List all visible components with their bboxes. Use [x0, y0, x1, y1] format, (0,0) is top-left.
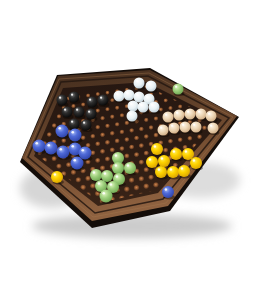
- marble-hole: [251, 85, 254, 89]
- marble-highlight: [165, 188, 167, 190]
- marble-hole: [226, 196, 232, 202]
- marble-highlight: [171, 125, 173, 127]
- marble-hole: [236, 145, 241, 150]
- marble-white[interactable]: [127, 111, 138, 122]
- marble-hole: [100, 133, 105, 138]
- marble-hole: [120, 130, 125, 135]
- marble-highlight: [71, 121, 73, 123]
- marble-hole: [187, 202, 193, 208]
- marble-hole: [110, 115, 115, 120]
- marble-hole: [241, 153, 246, 158]
- marble-highlight: [208, 113, 210, 115]
- marble-hole: [148, 175, 154, 181]
- marble-hole: [105, 157, 111, 163]
- marble-highlight: [198, 111, 200, 113]
- marble-hole: [115, 122, 120, 127]
- marble-green[interactable]: [100, 190, 113, 203]
- marble-hole: [149, 125, 154, 130]
- marble-highlight: [176, 112, 178, 114]
- marble-hole: [212, 75, 216, 79]
- marble-hole: [187, 136, 192, 141]
- marble-hole: [100, 149, 105, 154]
- chinese-checkers-board: [0, 0, 254, 300]
- marble-hole: [115, 139, 120, 144]
- marble-highlight: [47, 144, 50, 147]
- marble-hole: [246, 144, 251, 149]
- marble-hole: [52, 156, 58, 162]
- marble-hole: [251, 135, 254, 140]
- marble-hole: [231, 154, 237, 160]
- marble-white[interactable]: [134, 92, 145, 103]
- marble-white[interactable]: [149, 102, 160, 113]
- marble-hole: [246, 95, 250, 99]
- marble-hole: [105, 140, 110, 145]
- marble-hole: [144, 134, 149, 139]
- marble-hole: [241, 136, 246, 141]
- marble-hole: [232, 88, 236, 92]
- marble-tan[interactable]: [174, 110, 185, 121]
- marble-hole: [245, 160, 251, 166]
- marble-highlight: [185, 150, 187, 152]
- marble-hole: [212, 157, 218, 163]
- marble-hole: [144, 151, 149, 156]
- marble-hole: [207, 84, 211, 88]
- marble-hole: [119, 146, 124, 151]
- marble-highlight: [210, 125, 212, 127]
- marble-blue[interactable]: [56, 125, 69, 138]
- marble-highlight: [170, 168, 172, 170]
- marble-black[interactable]: [74, 107, 85, 118]
- marble-green[interactable]: [112, 162, 124, 174]
- marble-hole: [57, 114, 62, 119]
- marble-hole: [52, 123, 57, 128]
- marble-hole: [183, 79, 187, 83]
- marble-yellow[interactable]: [178, 165, 190, 177]
- marble-hole: [222, 90, 226, 94]
- marble-highlight: [59, 97, 61, 99]
- marble-hole: [28, 119, 33, 124]
- marble-highlight: [76, 109, 78, 111]
- marble-highlight: [93, 171, 95, 173]
- marble-hole: [246, 127, 251, 132]
- marble-highlight: [193, 159, 195, 161]
- marble-hole: [139, 127, 144, 132]
- marble-highlight: [110, 183, 112, 185]
- marble-tan[interactable]: [158, 125, 169, 136]
- marble-tan[interactable]: [208, 123, 219, 134]
- marble-blue[interactable]: [162, 186, 174, 198]
- marble-hole: [47, 132, 52, 137]
- marble-hole: [71, 104, 76, 109]
- marble-hole: [246, 78, 250, 82]
- marble-blue[interactable]: [33, 140, 46, 153]
- marble-hole: [120, 113, 125, 118]
- marble-hole: [37, 101, 42, 106]
- marble-hole: [236, 129, 241, 134]
- marble-highlight: [181, 167, 183, 169]
- marble-white[interactable]: [134, 78, 145, 89]
- marble-tan[interactable]: [185, 109, 196, 120]
- marble-hole: [134, 136, 139, 141]
- marble-highlight: [81, 149, 84, 152]
- marble-hole: [251, 102, 254, 107]
- marble-hole: [41, 207, 47, 213]
- marble-white[interactable]: [128, 101, 139, 112]
- marble-white[interactable]: [146, 81, 157, 92]
- marble-hole: [124, 154, 129, 159]
- marble-black[interactable]: [87, 97, 98, 108]
- marble-highlight: [130, 103, 132, 105]
- marble-highlight: [154, 145, 156, 147]
- marble-hole: [221, 139, 226, 144]
- marble-highlight: [148, 83, 150, 85]
- marble-hole: [250, 184, 254, 190]
- marble-hole: [134, 185, 140, 191]
- marble-hole: [217, 82, 221, 86]
- marble-black[interactable]: [57, 95, 68, 106]
- marble-hole: [245, 177, 251, 183]
- marble-hole: [241, 87, 245, 91]
- marble-hole: [154, 133, 159, 138]
- marble-green[interactable]: [173, 84, 184, 95]
- marble-highlight: [71, 94, 73, 96]
- marble-hole: [76, 177, 82, 183]
- marble-yellow[interactable]: [190, 157, 202, 169]
- marble-hole: [143, 184, 149, 190]
- marble-yellow[interactable]: [155, 166, 167, 178]
- marble-hole: [110, 148, 115, 153]
- marble-highlight: [127, 164, 129, 166]
- marble-hole: [227, 97, 231, 101]
- marble-hole: [226, 147, 231, 152]
- marble-green[interactable]: [90, 169, 102, 181]
- marble-tan[interactable]: [163, 112, 174, 123]
- marble-hole: [139, 176, 145, 182]
- marble-yellow[interactable]: [151, 143, 163, 155]
- marble-hole: [154, 116, 159, 121]
- marble-highlight: [104, 172, 106, 174]
- marble-hole: [241, 71, 245, 75]
- marble-hole: [250, 151, 254, 156]
- marble-highlight: [182, 124, 184, 126]
- marble-hole: [164, 98, 168, 102]
- marble-hole: [110, 98, 114, 102]
- marble-yellow[interactable]: [146, 156, 158, 168]
- marble-highlight: [59, 148, 62, 151]
- marble-hole: [129, 128, 134, 133]
- marble-highlight: [140, 104, 142, 106]
- marble-hole: [236, 79, 240, 83]
- marble-hole: [212, 91, 216, 95]
- marble-hole: [105, 107, 110, 112]
- marble-hole: [216, 148, 221, 153]
- marble-hole: [193, 78, 197, 82]
- marble-hole: [139, 160, 145, 166]
- marble-hole: [163, 148, 168, 153]
- marble-hole: [206, 199, 212, 205]
- marble-hole: [95, 158, 101, 164]
- marble-hole: [129, 178, 135, 184]
- marble-hole: [129, 145, 134, 150]
- marble-hole: [105, 124, 110, 129]
- marble-hole: [178, 105, 183, 110]
- marble-hole: [236, 162, 242, 168]
- marble-hole: [95, 141, 100, 146]
- marble-blue[interactable]: [69, 129, 82, 142]
- marble-black[interactable]: [81, 120, 92, 131]
- marble-highlight: [158, 168, 160, 170]
- marble-hole: [221, 156, 227, 162]
- marble-hole: [100, 116, 105, 121]
- marble-tan[interactable]: [180, 122, 191, 133]
- marble-highlight: [115, 154, 117, 156]
- marble-hole: [134, 152, 139, 157]
- marble-green[interactable]: [101, 170, 113, 182]
- marble-highlight: [187, 111, 189, 113]
- marble-hole: [202, 93, 206, 97]
- marble-hole: [231, 105, 236, 110]
- marble-highlight: [136, 80, 138, 82]
- marble-hole: [110, 131, 115, 136]
- marble-highlight: [88, 111, 90, 113]
- marble-hole: [240, 186, 246, 192]
- marble-yellow[interactable]: [170, 148, 182, 160]
- marble-hole: [153, 182, 159, 188]
- marble-highlight: [160, 127, 162, 129]
- marble-hole: [227, 81, 231, 85]
- marble-black[interactable]: [86, 109, 97, 120]
- marble-highlight: [100, 97, 102, 99]
- marble-hole: [115, 106, 120, 111]
- marble-highlight: [165, 114, 167, 116]
- marble-hole: [222, 73, 226, 77]
- marble-hole: [124, 187, 130, 193]
- marble-hole: [232, 72, 236, 76]
- marble-hole: [90, 134, 95, 139]
- marble-hole: [197, 200, 203, 206]
- marble-hole: [241, 103, 246, 108]
- marble-hole: [217, 99, 221, 103]
- marble-highlight: [193, 124, 195, 126]
- marble-yellow[interactable]: [51, 171, 63, 183]
- marble-blue[interactable]: [45, 142, 58, 155]
- marble-highlight: [136, 94, 138, 96]
- marble-highlight: [146, 96, 148, 98]
- marble-highlight: [115, 164, 117, 166]
- marble-hole: [250, 168, 254, 174]
- marble-highlight: [161, 157, 163, 159]
- marble-hole: [216, 197, 222, 203]
- marble-tan[interactable]: [191, 122, 202, 133]
- marble-hole: [198, 85, 202, 89]
- marble-yellow[interactable]: [167, 166, 179, 178]
- marble-hole: [236, 96, 240, 100]
- marble-highlight: [54, 173, 56, 175]
- marble-hole: [139, 143, 144, 148]
- marble-hole: [32, 208, 38, 214]
- marble-yellow[interactable]: [182, 148, 194, 160]
- marble-white[interactable]: [124, 90, 135, 101]
- board-photo: [0, 0, 254, 300]
- marble-white[interactable]: [114, 91, 125, 102]
- marble-highlight: [149, 158, 151, 160]
- marble-hole: [28, 102, 33, 107]
- marble-highlight: [64, 109, 66, 111]
- marble-highlight: [173, 150, 175, 152]
- marble-hole: [144, 118, 149, 123]
- marble-hole: [241, 169, 247, 175]
- marble-highlight: [102, 192, 105, 195]
- marble-hole: [178, 137, 183, 142]
- marble-highlight: [73, 159, 76, 162]
- marble-hole: [202, 126, 207, 131]
- marble-black[interactable]: [69, 92, 80, 103]
- marble-highlight: [116, 93, 118, 95]
- marble-highlight: [71, 145, 74, 148]
- marble-hole: [251, 69, 254, 73]
- marble-highlight: [151, 104, 153, 106]
- marble-hole: [251, 118, 254, 123]
- marble-hole: [168, 139, 173, 144]
- marble-hole: [168, 106, 173, 111]
- marble-hole: [231, 138, 236, 143]
- marble-hole: [27, 217, 34, 224]
- marble-highlight: [35, 142, 38, 145]
- marble-hole: [241, 120, 246, 125]
- marble-highlight: [116, 175, 118, 177]
- marble-hole: [203, 76, 207, 80]
- marble-hole: [95, 125, 100, 130]
- marble-white[interactable]: [138, 102, 149, 113]
- marble-hole: [246, 111, 251, 116]
- marble-highlight: [89, 99, 91, 101]
- marble-black[interactable]: [69, 119, 80, 130]
- marble-hole: [235, 195, 241, 201]
- marble-hole: [85, 176, 91, 182]
- marble-hole: [177, 203, 183, 209]
- marble-highlight: [126, 92, 128, 94]
- marble-black[interactable]: [62, 107, 73, 118]
- marble-hole: [33, 110, 38, 115]
- marble-hole: [105, 91, 109, 95]
- marble-tan[interactable]: [169, 123, 180, 134]
- marble-hole: [245, 193, 251, 199]
- marble-highlight: [58, 127, 61, 130]
- marble-highlight: [175, 86, 177, 88]
- marble-hole: [56, 164, 62, 170]
- marble-green[interactable]: [124, 162, 136, 174]
- marble-hole: [124, 137, 129, 142]
- marble-black[interactable]: [98, 95, 109, 106]
- marble-hole: [81, 103, 86, 108]
- marble-blue[interactable]: [57, 146, 70, 159]
- marble-tan[interactable]: [196, 109, 207, 120]
- marble-blue[interactable]: [71, 157, 84, 170]
- marble-highlight: [71, 131, 74, 134]
- marble-highlight: [83, 122, 85, 124]
- marble-highlight: [98, 182, 100, 184]
- marble-tan[interactable]: [206, 111, 217, 122]
- marble-hole: [100, 165, 106, 171]
- marble-highlight: [129, 113, 131, 115]
- marble-yellow[interactable]: [158, 155, 170, 167]
